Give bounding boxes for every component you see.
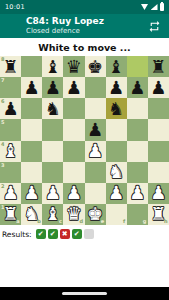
square-a4[interactable]: 4♝	[0, 141, 21, 162]
square-g4[interactable]	[127, 141, 148, 162]
gesture-pill[interactable]	[62, 292, 107, 296]
square-d3[interactable]	[63, 162, 84, 183]
rank-coordinate: 4	[1, 142, 4, 147]
result-wrong-icon: ✖	[60, 229, 70, 239]
cell-signal-icon	[151, 4, 158, 10]
piece-black-bishop[interactable]: ♝	[45, 58, 61, 76]
piece-white-pawn[interactable]: ♟	[66, 184, 82, 202]
square-b2[interactable]: ♟	[21, 183, 42, 204]
file-coordinate: g	[143, 219, 147, 224]
square-c2[interactable]: ♟	[42, 183, 63, 204]
square-g5[interactable]	[127, 119, 148, 140]
rank-coordinate: 3	[1, 163, 4, 168]
square-d8[interactable]: ♛	[63, 56, 84, 77]
app-bar-titles: C84: Ruy Lopez Closed defence	[26, 16, 147, 35]
file-coordinate: c	[59, 219, 62, 224]
piece-black-rook[interactable]: ♜	[150, 58, 166, 76]
square-a8[interactable]: 8♜	[0, 56, 21, 77]
square-g1[interactable]: g	[127, 204, 148, 225]
square-b5[interactable]	[21, 119, 42, 140]
square-f3[interactable]: ♞	[106, 162, 127, 183]
square-f1[interactable]: f	[106, 204, 127, 225]
file-coordinate: e	[101, 219, 104, 224]
piece-white-pawn[interactable]: ♟	[150, 184, 166, 202]
square-e1[interactable]: e♚	[85, 204, 106, 225]
square-b4[interactable]	[21, 141, 42, 162]
piece-white-bishop[interactable]: ♝	[2, 142, 18, 160]
square-h7[interactable]: ♟	[148, 77, 169, 98]
square-b3[interactable]	[21, 162, 42, 183]
chess-board[interactable]: 8♜♝♛♚♝♜7♟♟♟♟♟♟6♟♞♞5♟4♝♟3♞2♟♟♟♟♟♟♟1a♜b♞c♝…	[0, 56, 169, 225]
square-e6[interactable]	[85, 98, 106, 119]
square-a5[interactable]: 5	[0, 119, 21, 140]
square-b8[interactable]	[21, 56, 42, 77]
piece-black-knight[interactable]: ♞	[45, 100, 61, 118]
square-e2[interactable]	[85, 183, 106, 204]
piece-black-rook[interactable]: ♜	[2, 58, 18, 76]
results-icons: ✔✔✖✔	[36, 229, 94, 239]
square-h8[interactable]: ♜	[148, 56, 169, 77]
rank-coordinate: 1	[1, 205, 4, 210]
result-correct-icon: ✔	[48, 229, 58, 239]
square-a3[interactable]: 3	[0, 162, 21, 183]
square-e3[interactable]	[85, 162, 106, 183]
square-h5[interactable]	[148, 119, 169, 140]
square-h2[interactable]: ♟	[148, 183, 169, 204]
file-coordinate: f	[123, 219, 125, 224]
piece-black-pawn[interactable]: ♟	[87, 121, 103, 139]
piece-black-pawn[interactable]: ♟	[66, 79, 82, 97]
clock: 10:01	[5, 3, 25, 11]
app-bar: C84: Ruy Lopez Closed defence	[0, 14, 169, 38]
square-c1[interactable]: c♝	[42, 204, 63, 225]
restart-flip-button[interactable]	[147, 19, 161, 33]
opening-subtitle: Closed defence	[26, 27, 147, 35]
result-correct-icon: ✔	[72, 229, 82, 239]
results-row: Results: ✔✔✖✔	[0, 225, 169, 239]
square-e5[interactable]: ♟	[85, 119, 106, 140]
rank-coordinate: 8	[1, 57, 4, 62]
square-d1[interactable]: d♛	[63, 204, 84, 225]
square-b6[interactable]	[21, 98, 42, 119]
square-a2[interactable]: 2♟	[0, 183, 21, 204]
square-d2[interactable]: ♟	[63, 183, 84, 204]
square-a1[interactable]: 1a♜	[0, 204, 21, 225]
square-g8[interactable]	[127, 56, 148, 77]
square-h4[interactable]	[148, 141, 169, 162]
piece-white-pawn[interactable]: ♟	[2, 184, 18, 202]
square-e4[interactable]: ♟	[85, 141, 106, 162]
square-d6[interactable]	[63, 98, 84, 119]
square-c7[interactable]: ♟	[42, 77, 63, 98]
opening-title: C84: Ruy Lopez	[26, 16, 147, 27]
square-g6[interactable]	[127, 98, 148, 119]
piece-black-queen[interactable]: ♛	[66, 58, 82, 76]
square-c5[interactable]	[42, 119, 63, 140]
square-a7[interactable]: 7	[0, 77, 21, 98]
wifi-icon	[141, 4, 148, 10]
battery-icon	[160, 3, 164, 11]
piece-black-pawn[interactable]: ♟	[24, 79, 40, 97]
piece-white-pawn[interactable]: ♟	[24, 184, 40, 202]
piece-black-knight[interactable]: ♞	[108, 100, 124, 118]
file-coordinate: h	[164, 219, 168, 224]
rank-coordinate: 2	[1, 184, 4, 189]
square-h3[interactable]	[148, 162, 169, 183]
piece-white-pawn[interactable]: ♟	[87, 142, 103, 160]
square-c8[interactable]: ♝	[42, 56, 63, 77]
square-h1[interactable]: h♜	[148, 204, 169, 225]
piece-white-pawn[interactable]: ♟	[108, 184, 124, 202]
square-d7[interactable]: ♟	[63, 77, 84, 98]
square-g2[interactable]: ♟	[127, 183, 148, 204]
status-bar: 10:01	[0, 0, 169, 14]
square-f5[interactable]	[106, 119, 127, 140]
file-coordinate: a	[16, 219, 19, 224]
square-f6[interactable]: ♞	[106, 98, 127, 119]
square-c3[interactable]	[42, 162, 63, 183]
piece-black-pawn[interactable]: ♟	[129, 79, 145, 97]
square-f8[interactable]: ♝	[106, 56, 127, 77]
square-b1[interactable]: b♞	[21, 204, 42, 225]
square-c6[interactable]: ♞	[42, 98, 63, 119]
rank-coordinate: 5	[1, 120, 4, 125]
result-empty-icon	[84, 229, 94, 239]
square-f2[interactable]: ♟	[106, 183, 127, 204]
square-g3[interactable]	[127, 162, 148, 183]
app-screen: 10:01 C84: Ruy Lopez Closed defence Whit…	[0, 0, 169, 300]
result-correct-icon: ✔	[36, 229, 46, 239]
results-label: Results:	[2, 230, 32, 239]
status-icons	[141, 3, 164, 11]
square-d4[interactable]	[63, 141, 84, 162]
square-f7[interactable]: ♟	[106, 77, 127, 98]
piece-white-pawn[interactable]: ♟	[129, 184, 145, 202]
square-h6[interactable]	[148, 98, 169, 119]
square-e8[interactable]: ♚	[85, 56, 106, 77]
piece-black-pawn[interactable]: ♟	[108, 79, 124, 97]
piece-black-pawn[interactable]: ♟	[150, 79, 166, 97]
rank-coordinate: 6	[1, 99, 4, 104]
square-a6[interactable]: 6♟	[0, 98, 21, 119]
piece-white-knight[interactable]: ♞	[108, 163, 124, 181]
file-coordinate: d	[79, 219, 83, 224]
repeat-icon	[148, 20, 161, 33]
piece-black-bishop[interactable]: ♝	[108, 58, 124, 76]
square-b7[interactable]: ♟	[21, 77, 42, 98]
piece-black-pawn[interactable]: ♟	[2, 100, 18, 118]
file-coordinate: b	[37, 219, 41, 224]
rank-coordinate: 7	[1, 78, 4, 83]
piece-white-pawn[interactable]: ♟	[45, 184, 61, 202]
square-c4[interactable]	[42, 141, 63, 162]
square-f4[interactable]	[106, 141, 127, 162]
piece-black-pawn[interactable]: ♟	[45, 79, 61, 97]
move-prompt: White to move ...	[0, 38, 169, 56]
gesture-nav-bar	[0, 287, 169, 300]
piece-black-king[interactable]: ♚	[87, 58, 103, 76]
square-d5[interactable]	[63, 119, 84, 140]
square-g7[interactable]: ♟	[127, 77, 148, 98]
square-e7[interactable]	[85, 77, 106, 98]
